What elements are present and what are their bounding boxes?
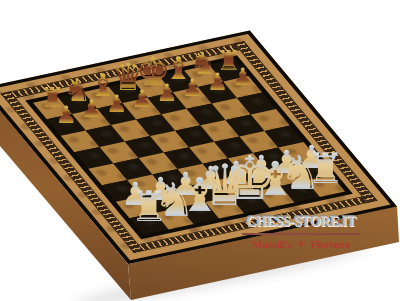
store-name: CHESS-STORE.IT — [240, 214, 362, 230]
piece-gold-pawn[interactable]: ♟ — [232, 65, 254, 89]
divider-line — [242, 233, 360, 235]
pieces-layer: ♜♞♝♛♚♝♞♜♟♟♟♟♟♟♟♟♟♟♟♟♟♟♟♟♜♞♝♛♚♝♞♜ — [0, 0, 400, 301]
piece-silver-bishop[interactable]: ♝ — [254, 155, 296, 202]
piece-gold-pawn[interactable]: ♟ — [131, 87, 153, 111]
piece-gold-pawn[interactable]: ♟ — [182, 76, 204, 100]
piece-silver-queen[interactable]: ♛ — [199, 156, 250, 213]
maker-name: Marsili's — [252, 238, 292, 250]
piece-gold-pawn[interactable]: ♟ — [81, 98, 103, 122]
piece-silver-rook[interactable]: ♜ — [307, 148, 345, 190]
piece-gold-pawn[interactable]: ♟ — [156, 82, 178, 106]
product-photo: ♜♞♝♛♚♝♞♜♟♟♟♟♟♟♟♟♟♟♟♟♟♟♟♟♜♞♝♛♚♝♞♜ CHESS-S… — [0, 0, 400, 301]
piece-gold-pawn[interactable]: ♟ — [207, 71, 229, 95]
piece-gold-pawn[interactable]: ♟ — [106, 92, 128, 116]
watermark: CHESS-STORE.IT Marsili's ⚜ Florence — [240, 214, 362, 251]
maker-line: Marsili's ⚜ Florence — [240, 238, 362, 251]
piece-silver-knight[interactable]: ♞ — [153, 176, 195, 223]
fleur-de-lis-icon: ⚜ — [294, 238, 308, 251]
city-name: Florence — [311, 238, 350, 250]
piece-gold-pawn[interactable]: ♟ — [56, 103, 78, 127]
